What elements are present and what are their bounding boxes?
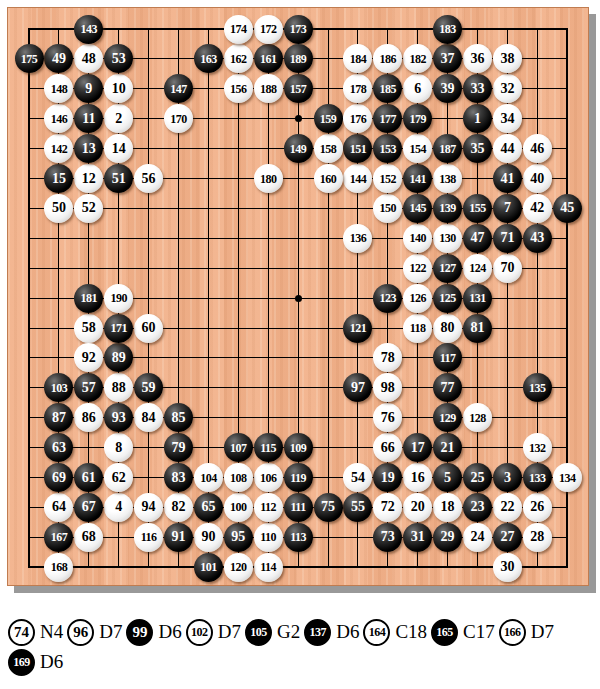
- black-stone-icon: 105: [245, 619, 272, 646]
- move-number: 129: [439, 412, 456, 424]
- move-number: 126: [409, 292, 426, 304]
- move-number: 155: [469, 202, 486, 214]
- stone-black-F4: 83: [164, 463, 193, 492]
- move-number: 123: [380, 292, 397, 304]
- stone-black-P18: 37: [433, 44, 462, 73]
- stone-black-D6: 93: [104, 403, 133, 432]
- stone-black-M3: 55: [343, 493, 372, 522]
- move-number: 92: [82, 351, 96, 365]
- move-number: 26: [530, 500, 544, 514]
- caption-row: 169D6: [8, 647, 596, 677]
- stone-black-S12: 43: [523, 224, 552, 253]
- stone-black-C3: 67: [74, 493, 103, 522]
- move-number: 175: [21, 53, 38, 65]
- move-number: 61: [82, 471, 96, 485]
- stone-white-S3: 26: [523, 493, 552, 522]
- caption-entry-move-74: 74N4: [8, 619, 63, 646]
- move-number: 69: [52, 471, 66, 485]
- move-number: 121: [350, 322, 367, 334]
- move-number: 56: [142, 172, 156, 186]
- stone-white-M16: 176: [343, 104, 372, 133]
- move-number: 51: [112, 172, 126, 186]
- move-number: 127: [439, 262, 456, 274]
- move-number: 135: [529, 382, 546, 394]
- move-number: 176: [350, 113, 367, 125]
- stone-black-D14: 51: [104, 164, 133, 193]
- move-number: 21: [441, 441, 455, 455]
- move-number: 139: [439, 202, 456, 214]
- move-number: 181: [81, 292, 98, 304]
- move-number: 81: [471, 321, 485, 335]
- stone-black-S7: 135: [523, 373, 552, 402]
- stone-white-P3: 18: [433, 493, 462, 522]
- move-number: 157: [290, 83, 307, 95]
- move-number: 4: [115, 500, 122, 514]
- move-number: 125: [439, 292, 456, 304]
- move-number: 154: [409, 143, 426, 155]
- stone-black-R13: 7: [493, 194, 522, 223]
- go-game-record-page: 1234567891011121314151617181920212223242…: [0, 0, 600, 689]
- move-number: 58: [82, 321, 96, 335]
- star-point: [295, 295, 302, 302]
- stone-white-M18: 184: [343, 44, 372, 73]
- stone-white-O9: 118: [403, 314, 432, 343]
- stone-black-P7: 77: [433, 373, 462, 402]
- move-number: 10: [112, 82, 126, 96]
- move-number: 190: [110, 292, 127, 304]
- move-number: 148: [51, 83, 68, 95]
- stone-black-T13: 45: [553, 194, 582, 223]
- stone-black-K18: 189: [284, 44, 313, 73]
- go-board: 1234567891011121314151617181920212223242…: [7, 7, 589, 586]
- move-number: 48: [82, 52, 96, 66]
- move-number: 182: [409, 53, 426, 65]
- stone-white-O12: 140: [403, 224, 432, 253]
- stone-white-P14: 138: [433, 164, 462, 193]
- stone-white-F3: 82: [164, 493, 193, 522]
- move-number: 76: [381, 411, 395, 425]
- move-number: 54: [351, 471, 365, 485]
- stone-black-N2: 73: [373, 523, 402, 552]
- stone-white-P12: 130: [433, 224, 462, 253]
- move-number: 38: [500, 52, 514, 66]
- stone-white-B1: 168: [44, 553, 73, 582]
- stone-white-D3: 4: [104, 493, 133, 522]
- stone-white-O10: 126: [403, 284, 432, 313]
- stone-black-B2: 167: [44, 523, 73, 552]
- stone-white-Q2: 24: [463, 523, 492, 552]
- move-number: 167: [51, 531, 68, 543]
- stone-black-O2: 31: [403, 523, 432, 552]
- move-number: 147: [170, 83, 187, 95]
- stone-white-H3: 100: [224, 493, 253, 522]
- stone-white-J14: 180: [254, 164, 283, 193]
- move-number: 177: [380, 113, 397, 125]
- move-number: 27: [500, 530, 514, 544]
- stone-black-H5: 107: [224, 433, 253, 462]
- move-number: 178: [350, 83, 367, 95]
- move-number: 93: [112, 411, 126, 425]
- move-number: 3: [504, 471, 511, 485]
- stone-black-P10: 125: [433, 284, 462, 313]
- stone-black-B5: 63: [44, 433, 73, 462]
- stone-white-C8: 92: [74, 343, 103, 372]
- move-number: 189: [290, 53, 307, 65]
- stone-white-R18: 38: [493, 44, 522, 73]
- stone-black-O5: 17: [403, 433, 432, 462]
- move-number: 22: [500, 500, 514, 514]
- move-number: 112: [260, 501, 276, 513]
- stone-black-Q3: 23: [463, 493, 492, 522]
- move-number: 52: [82, 201, 96, 215]
- move-number: 57: [82, 381, 96, 395]
- move-number: 156: [230, 83, 247, 95]
- caption-move-coordinate: N4: [40, 621, 63, 643]
- stone-white-J2: 110: [254, 523, 283, 552]
- stone-black-P8: 117: [433, 343, 462, 372]
- move-number: 149: [290, 143, 307, 155]
- stone-white-J3: 112: [254, 493, 283, 522]
- move-number: 117: [440, 352, 456, 364]
- stone-white-B3: 64: [44, 493, 73, 522]
- move-number: 13: [82, 142, 96, 156]
- move-number: 6: [414, 82, 421, 96]
- stone-white-H19: 174: [224, 15, 253, 44]
- stone-white-O11: 122: [403, 254, 432, 283]
- stone-white-G2: 90: [194, 523, 223, 552]
- move-number: 85: [172, 411, 186, 425]
- stone-black-B7: 103: [44, 373, 73, 402]
- move-number: 43: [530, 231, 544, 245]
- move-number: 153: [380, 143, 397, 155]
- stone-white-D5: 8: [104, 433, 133, 462]
- move-number: 146: [51, 113, 68, 125]
- move-number: 122: [409, 262, 426, 274]
- stone-black-N4: 19: [373, 463, 402, 492]
- caption-entry-move-99: 99D6: [126, 619, 181, 646]
- move-number: 36: [471, 52, 485, 66]
- caption-move-coordinate: C17: [463, 621, 495, 643]
- stone-white-N8: 78: [373, 343, 402, 372]
- stone-white-S14: 40: [523, 164, 552, 193]
- move-number: 151: [350, 143, 367, 155]
- move-number: 46: [530, 142, 544, 156]
- move-number: 172: [260, 23, 277, 35]
- stone-black-D18: 53: [104, 44, 133, 73]
- caption-move-coordinate: D7: [531, 621, 554, 643]
- move-number: 33: [471, 82, 485, 96]
- move-number: 83: [172, 471, 186, 485]
- caption-entry-move-169: 169D6: [8, 649, 63, 676]
- stone-white-E2: 116: [134, 523, 163, 552]
- move-number: 124: [469, 262, 486, 274]
- move-number: 132: [529, 442, 546, 454]
- stone-black-G18: 163: [194, 44, 223, 73]
- stone-black-L16: 159: [314, 104, 343, 133]
- move-number: 65: [201, 500, 215, 514]
- move-number: 25: [471, 471, 485, 485]
- move-number: 41: [500, 172, 514, 186]
- stone-black-P19: 183: [433, 15, 462, 44]
- stone-black-F5: 79: [164, 433, 193, 462]
- move-number: 94: [142, 500, 156, 514]
- stone-white-E9: 60: [134, 314, 163, 343]
- stone-white-N5: 66: [373, 433, 402, 462]
- stone-black-M7: 97: [343, 373, 372, 402]
- stone-white-C9: 58: [74, 314, 103, 343]
- stone-black-C4: 61: [74, 463, 103, 492]
- stone-black-P11: 127: [433, 254, 462, 283]
- move-number: 55: [351, 500, 365, 514]
- move-number: 75: [321, 500, 335, 514]
- move-number: 73: [381, 530, 395, 544]
- caption-move-coordinate: C18: [395, 621, 427, 643]
- move-number: 62: [112, 471, 126, 485]
- move-number: 120: [230, 561, 247, 573]
- move-number: 104: [200, 472, 217, 484]
- caption: 74N496D799D6102D7105G2137D6164C18165C171…: [8, 617, 596, 677]
- stone-black-Q16: 1: [463, 104, 492, 133]
- move-number: 5: [444, 471, 451, 485]
- stone-black-S4: 133: [523, 463, 552, 492]
- move-number: 30: [500, 560, 514, 574]
- stone-white-D16: 2: [104, 104, 133, 133]
- move-number: 180: [260, 173, 277, 185]
- stone-black-B4: 69: [44, 463, 73, 492]
- stone-black-K2: 113: [284, 523, 313, 552]
- move-number: 115: [260, 442, 276, 454]
- black-stone-icon: 169: [8, 649, 35, 676]
- stone-black-N15: 153: [373, 134, 402, 163]
- stone-black-R14: 41: [493, 164, 522, 193]
- move-number: 110: [260, 531, 276, 543]
- stone-white-O17: 6: [403, 74, 432, 103]
- move-number: 89: [112, 351, 126, 365]
- caption-move-coordinate: G2: [277, 621, 300, 643]
- move-number: 53: [112, 52, 126, 66]
- caption-entry-move-164: 164C18: [363, 619, 427, 646]
- move-number: 7: [504, 201, 511, 215]
- move-number: 98: [381, 381, 395, 395]
- stone-white-E14: 56: [134, 164, 163, 193]
- move-number: 150: [380, 202, 397, 214]
- stone-white-R1: 30: [493, 553, 522, 582]
- move-number: 141: [409, 173, 426, 185]
- move-number: 186: [380, 53, 397, 65]
- stone-black-Q9: 81: [463, 314, 492, 343]
- stone-white-D17: 10: [104, 74, 133, 103]
- move-number: 86: [82, 411, 96, 425]
- move-number: 68: [82, 530, 96, 544]
- stone-black-P6: 129: [433, 403, 462, 432]
- stone-white-B15: 142: [44, 134, 73, 163]
- move-number: 171: [110, 322, 127, 334]
- stone-black-J5: 115: [254, 433, 283, 462]
- move-number: 87: [52, 411, 66, 425]
- move-number: 134: [559, 472, 576, 484]
- stone-black-K17: 157: [284, 74, 313, 103]
- stone-white-T4: 134: [553, 463, 582, 492]
- move-number: 131: [469, 292, 486, 304]
- move-number: 45: [560, 201, 574, 215]
- stone-black-D8: 89: [104, 343, 133, 372]
- caption-entry-move-137: 137D6: [304, 619, 359, 646]
- stone-white-P9: 80: [433, 314, 462, 343]
- stone-black-O13: 145: [403, 194, 432, 223]
- stone-black-P15: 187: [433, 134, 462, 163]
- move-number: 101: [200, 561, 217, 573]
- stone-white-N18: 186: [373, 44, 402, 73]
- move-number: 174: [230, 23, 247, 35]
- stone-black-K5: 109: [284, 433, 313, 462]
- move-number: 88: [112, 381, 126, 395]
- stone-black-M9: 121: [343, 314, 372, 343]
- stone-black-K19: 173: [284, 15, 313, 44]
- move-number: 8: [115, 441, 122, 455]
- stone-white-O15: 154: [403, 134, 432, 163]
- move-number: 49: [52, 52, 66, 66]
- stone-white-D15: 14: [104, 134, 133, 163]
- stone-white-H17: 156: [224, 74, 253, 103]
- stone-black-Q13: 155: [463, 194, 492, 223]
- move-number: 80: [441, 321, 455, 335]
- move-number: 114: [260, 561, 276, 573]
- move-number: 78: [381, 351, 395, 365]
- stone-black-P2: 29: [433, 523, 462, 552]
- stone-white-B13: 50: [44, 194, 73, 223]
- move-number: 67: [82, 500, 96, 514]
- move-number: 170: [170, 113, 187, 125]
- move-number: 108: [230, 472, 247, 484]
- move-number: 39: [441, 82, 455, 96]
- move-number: 40: [530, 172, 544, 186]
- stone-white-N14: 152: [373, 164, 402, 193]
- move-number: 109: [290, 442, 307, 454]
- move-number: 24: [471, 530, 485, 544]
- move-number: 142: [51, 143, 68, 155]
- stone-white-S2: 28: [523, 523, 552, 552]
- move-number: 143: [81, 23, 98, 35]
- stone-white-J4: 106: [254, 463, 283, 492]
- stone-black-M15: 151: [343, 134, 372, 163]
- white-stone-icon: 96: [67, 619, 94, 646]
- move-number: 9: [85, 82, 92, 96]
- move-number: 100: [230, 501, 247, 513]
- stone-black-N17: 185: [373, 74, 402, 103]
- move-number: 64: [52, 500, 66, 514]
- stone-white-M14: 144: [343, 164, 372, 193]
- caption-move-coordinate: D6: [158, 621, 181, 643]
- stone-black-R2: 27: [493, 523, 522, 552]
- move-number: 20: [411, 500, 425, 514]
- caption-move-coordinate: D6: [336, 621, 359, 643]
- move-number: 158: [320, 143, 337, 155]
- move-number: 188: [260, 83, 277, 95]
- stone-white-L14: 160: [314, 164, 343, 193]
- move-number: 71: [500, 231, 514, 245]
- move-number: 16: [411, 471, 425, 485]
- move-number: 32: [500, 82, 514, 96]
- stone-white-D7: 88: [104, 373, 133, 402]
- move-number: 145: [409, 202, 426, 214]
- move-number: 59: [142, 381, 156, 395]
- stone-white-M12: 136: [343, 224, 372, 253]
- caption-entry-move-96: 96D7: [67, 619, 122, 646]
- move-number: 128: [469, 412, 486, 424]
- stone-white-G4: 104: [194, 463, 223, 492]
- move-number: 138: [439, 173, 456, 185]
- move-number: 72: [381, 500, 395, 514]
- stone-white-N13: 150: [373, 194, 402, 223]
- move-number: 160: [320, 173, 337, 185]
- stone-black-C15: 13: [74, 134, 103, 163]
- move-number: 19: [381, 471, 395, 485]
- move-number: 144: [350, 173, 367, 185]
- grid-line-horizontal: [28, 566, 568, 568]
- stone-white-Q6: 128: [463, 403, 492, 432]
- move-number: 63: [52, 441, 66, 455]
- stone-black-C17: 9: [74, 74, 103, 103]
- move-number: 119: [290, 472, 306, 484]
- white-stone-icon: 102: [186, 619, 213, 646]
- stone-black-H2: 95: [224, 523, 253, 552]
- stone-black-Q10: 131: [463, 284, 492, 313]
- stone-white-E6: 84: [134, 403, 163, 432]
- stone-white-S13: 42: [523, 194, 552, 223]
- stone-black-Q17: 33: [463, 74, 492, 103]
- move-number: 42: [530, 201, 544, 215]
- move-number: 82: [172, 500, 186, 514]
- stone-white-R11: 70: [493, 254, 522, 283]
- stone-white-N6: 76: [373, 403, 402, 432]
- stone-black-D9: 171: [104, 314, 133, 343]
- move-number: 168: [51, 561, 68, 573]
- caption-move-coordinate: D7: [99, 621, 122, 643]
- caption-entry-move-166: 166D7: [499, 619, 554, 646]
- move-number: 12: [82, 172, 96, 186]
- move-number: 84: [142, 411, 156, 425]
- stone-white-O3: 20: [403, 493, 432, 522]
- move-number: 34: [500, 112, 514, 126]
- stone-white-C2: 68: [74, 523, 103, 552]
- move-number: 23: [471, 500, 485, 514]
- move-number: 179: [409, 113, 426, 125]
- stone-black-N16: 177: [373, 104, 402, 133]
- stone-white-B17: 148: [44, 74, 73, 103]
- move-number: 107: [230, 442, 247, 454]
- stone-black-R12: 71: [493, 224, 522, 253]
- move-number: 187: [439, 143, 456, 155]
- stone-white-B16: 146: [44, 104, 73, 133]
- stone-black-Q15: 35: [463, 134, 492, 163]
- move-number: 111: [291, 501, 306, 513]
- stone-black-F6: 85: [164, 403, 193, 432]
- stone-black-C19: 143: [74, 15, 103, 44]
- stone-black-P13: 139: [433, 194, 462, 223]
- stone-black-K15: 149: [284, 134, 313, 163]
- move-number: 116: [141, 531, 157, 543]
- caption-entry-move-102: 102D7: [186, 619, 241, 646]
- move-number: 11: [82, 112, 95, 126]
- caption-move-coordinate: D6: [40, 651, 63, 673]
- move-number: 28: [530, 530, 544, 544]
- stone-black-R4: 3: [493, 463, 522, 492]
- move-number: 184: [350, 53, 367, 65]
- move-number: 185: [380, 83, 397, 95]
- stone-black-K4: 119: [284, 463, 313, 492]
- move-number: 183: [439, 23, 456, 35]
- move-number: 47: [471, 231, 485, 245]
